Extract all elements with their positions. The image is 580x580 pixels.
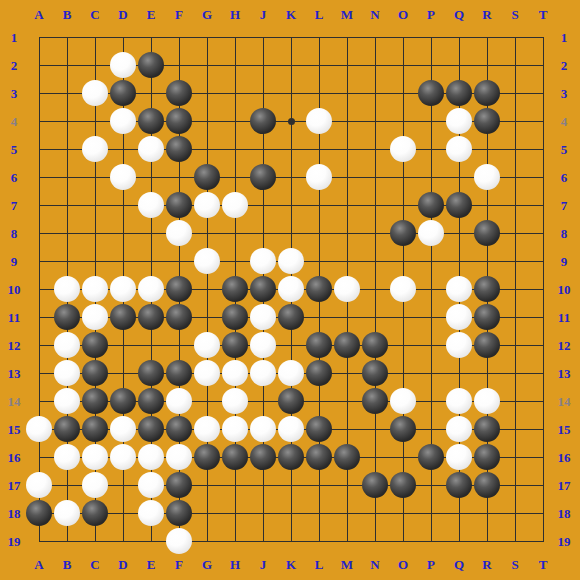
col-label-top: H xyxy=(230,8,240,21)
stone-black[interactable] xyxy=(362,360,388,386)
stone-black[interactable] xyxy=(474,304,500,330)
col-label-bottom: S xyxy=(511,558,518,571)
stone-white[interactable] xyxy=(278,248,304,274)
stone-black[interactable] xyxy=(306,444,332,470)
stone-white[interactable] xyxy=(166,220,192,246)
stone-black[interactable] xyxy=(166,500,192,526)
stone-white[interactable] xyxy=(138,192,164,218)
col-label-top: E xyxy=(147,8,156,21)
row-label-left: 8 xyxy=(11,227,18,240)
col-label-bottom: G xyxy=(202,558,212,571)
stone-white[interactable] xyxy=(222,388,248,414)
col-label-top: M xyxy=(341,8,353,21)
stone-white[interactable] xyxy=(390,388,416,414)
col-label-top: R xyxy=(482,8,491,21)
stone-black[interactable] xyxy=(250,108,276,134)
stone-white[interactable] xyxy=(474,164,500,190)
stone-black[interactable] xyxy=(166,108,192,134)
stone-black[interactable] xyxy=(446,192,472,218)
col-label-top: O xyxy=(398,8,408,21)
col-label-bottom: T xyxy=(539,558,548,571)
stone-black[interactable] xyxy=(390,220,416,246)
col-label-top: C xyxy=(90,8,99,21)
stone-black[interactable] xyxy=(474,276,500,302)
row-label-right: 5 xyxy=(561,143,568,156)
col-label-bottom: J xyxy=(260,558,267,571)
row-label-left: 13 xyxy=(8,367,21,380)
stone-black[interactable] xyxy=(362,388,388,414)
stone-white[interactable] xyxy=(222,360,248,386)
stone-white[interactable] xyxy=(54,360,80,386)
row-label-right: 10 xyxy=(558,283,571,296)
stone-white[interactable] xyxy=(110,416,136,442)
go-board-screenshot: AABBCCDDEEFFGGHHJJKKLLMMNNOOPPQQRRSSTT11… xyxy=(0,0,580,580)
stone-white[interactable] xyxy=(194,332,220,358)
col-label-bottom: E xyxy=(147,558,156,571)
stone-black[interactable] xyxy=(250,164,276,190)
stone-white[interactable] xyxy=(82,472,108,498)
stone-white[interactable] xyxy=(390,136,416,162)
row-label-right: 8 xyxy=(561,227,568,240)
stone-white[interactable] xyxy=(278,360,304,386)
stone-white[interactable] xyxy=(306,164,332,190)
col-label-bottom: C xyxy=(90,558,99,571)
col-label-bottom: K xyxy=(286,558,296,571)
stone-white[interactable] xyxy=(54,332,80,358)
row-label-right: 17 xyxy=(558,479,571,492)
stone-white[interactable] xyxy=(390,276,416,302)
stone-white[interactable] xyxy=(250,332,276,358)
stone-black[interactable] xyxy=(194,164,220,190)
stone-white[interactable] xyxy=(446,136,472,162)
stone-white[interactable] xyxy=(54,444,80,470)
col-label-top: P xyxy=(427,8,435,21)
stone-black[interactable] xyxy=(138,360,164,386)
stone-white[interactable] xyxy=(446,108,472,134)
stone-black[interactable] xyxy=(222,276,248,302)
stone-black[interactable] xyxy=(166,80,192,106)
stone-white[interactable] xyxy=(446,276,472,302)
stone-black[interactable] xyxy=(54,416,80,442)
stone-white[interactable] xyxy=(82,276,108,302)
stone-white[interactable] xyxy=(194,192,220,218)
stone-white[interactable] xyxy=(82,444,108,470)
stone-white[interactable] xyxy=(138,472,164,498)
row-label-right: 18 xyxy=(558,507,571,520)
col-label-top: Q xyxy=(454,8,464,21)
stone-white[interactable] xyxy=(446,416,472,442)
stone-white[interactable] xyxy=(110,276,136,302)
row-label-left: 7 xyxy=(11,199,18,212)
stone-black[interactable] xyxy=(250,444,276,470)
stone-white[interactable] xyxy=(446,332,472,358)
stone-black[interactable] xyxy=(166,136,192,162)
row-label-right: 2 xyxy=(561,59,568,72)
stone-black[interactable] xyxy=(474,332,500,358)
stone-black[interactable] xyxy=(166,472,192,498)
stone-white[interactable] xyxy=(110,52,136,78)
row-label-left: 5 xyxy=(11,143,18,156)
row-label-left: 2 xyxy=(11,59,18,72)
stone-white[interactable] xyxy=(138,276,164,302)
stone-white[interactable] xyxy=(26,416,52,442)
col-label-top: G xyxy=(202,8,212,21)
row-label-right: 4 xyxy=(561,115,568,128)
stone-black[interactable] xyxy=(138,108,164,134)
col-label-bottom: O xyxy=(398,558,408,571)
row-label-left: 12 xyxy=(8,339,21,352)
row-label-left: 11 xyxy=(8,311,20,324)
stone-black[interactable] xyxy=(390,472,416,498)
stone-white[interactable] xyxy=(54,388,80,414)
stone-white[interactable] xyxy=(446,388,472,414)
stone-black[interactable] xyxy=(306,360,332,386)
stone-white[interactable] xyxy=(54,276,80,302)
stone-black[interactable] xyxy=(110,388,136,414)
col-label-bottom: Q xyxy=(454,558,464,571)
stone-black[interactable] xyxy=(194,444,220,470)
col-label-top: F xyxy=(175,8,183,21)
stone-white[interactable] xyxy=(278,276,304,302)
row-label-left: 4 xyxy=(11,115,18,128)
stone-white[interactable] xyxy=(166,444,192,470)
col-label-top: J xyxy=(260,8,267,21)
stone-black[interactable] xyxy=(334,332,360,358)
col-label-top: N xyxy=(370,8,379,21)
star-point xyxy=(288,118,295,125)
row-label-right: 14 xyxy=(558,395,571,408)
stone-black[interactable] xyxy=(390,416,416,442)
stone-black[interactable] xyxy=(250,276,276,302)
stone-black[interactable] xyxy=(278,304,304,330)
stone-black[interactable] xyxy=(474,108,500,134)
stone-black[interactable] xyxy=(306,276,332,302)
row-label-right: 12 xyxy=(558,339,571,352)
col-label-bottom: H xyxy=(230,558,240,571)
stone-black[interactable] xyxy=(138,388,164,414)
stone-black[interactable] xyxy=(418,444,444,470)
stone-white[interactable] xyxy=(138,500,164,526)
stone-black[interactable] xyxy=(278,388,304,414)
col-label-bottom: A xyxy=(34,558,43,571)
stone-black[interactable] xyxy=(82,388,108,414)
col-label-top: A xyxy=(34,8,43,21)
row-label-right: 7 xyxy=(561,199,568,212)
row-label-right: 1 xyxy=(561,31,568,44)
stone-black[interactable] xyxy=(166,276,192,302)
stone-white[interactable] xyxy=(82,136,108,162)
stone-white[interactable] xyxy=(82,80,108,106)
col-label-bottom: L xyxy=(315,558,324,571)
row-label-right: 16 xyxy=(558,451,571,464)
stone-black[interactable] xyxy=(446,472,472,498)
row-label-left: 14 xyxy=(8,395,21,408)
stone-white[interactable] xyxy=(110,164,136,190)
stone-white[interactable] xyxy=(138,136,164,162)
row-label-right: 13 xyxy=(558,367,571,380)
stone-black[interactable] xyxy=(166,192,192,218)
stone-black[interactable] xyxy=(446,80,472,106)
stone-white[interactable] xyxy=(82,304,108,330)
row-label-left: 9 xyxy=(11,255,18,268)
stone-black[interactable] xyxy=(166,416,192,442)
stone-white[interactable] xyxy=(166,528,192,554)
stone-black[interactable] xyxy=(138,52,164,78)
row-label-right: 15 xyxy=(558,423,571,436)
stone-white[interactable] xyxy=(474,388,500,414)
stone-white[interactable] xyxy=(278,416,304,442)
col-label-bottom: F xyxy=(175,558,183,571)
row-label-left: 19 xyxy=(8,535,21,548)
row-label-left: 15 xyxy=(8,423,21,436)
row-label-left: 1 xyxy=(11,31,18,44)
col-label-bottom: D xyxy=(118,558,127,571)
col-label-bottom: M xyxy=(341,558,353,571)
row-label-right: 11 xyxy=(558,311,570,324)
stone-black[interactable] xyxy=(222,444,248,470)
stone-black[interactable] xyxy=(418,80,444,106)
stone-white[interactable] xyxy=(110,108,136,134)
row-label-left: 17 xyxy=(8,479,21,492)
stone-black[interactable] xyxy=(278,444,304,470)
col-label-top: B xyxy=(63,8,72,21)
stone-white[interactable] xyxy=(418,220,444,246)
stone-white[interactable] xyxy=(26,472,52,498)
stone-black[interactable] xyxy=(474,220,500,246)
col-label-bottom: R xyxy=(482,558,491,571)
stone-white[interactable] xyxy=(194,248,220,274)
stone-white[interactable] xyxy=(334,276,360,302)
stone-black[interactable] xyxy=(474,80,500,106)
stone-white[interactable] xyxy=(250,416,276,442)
row-label-right: 9 xyxy=(561,255,568,268)
stone-black[interactable] xyxy=(82,360,108,386)
stone-white[interactable] xyxy=(446,444,472,470)
stone-white[interactable] xyxy=(166,388,192,414)
stone-white[interactable] xyxy=(222,192,248,218)
stone-black[interactable] xyxy=(362,472,388,498)
col-label-bottom: P xyxy=(427,558,435,571)
stone-black[interactable] xyxy=(138,416,164,442)
stone-white[interactable] xyxy=(250,360,276,386)
col-label-top: K xyxy=(286,8,296,21)
stone-black[interactable] xyxy=(110,80,136,106)
row-label-left: 10 xyxy=(8,283,21,296)
stone-black[interactable] xyxy=(138,304,164,330)
row-label-right: 3 xyxy=(561,87,568,100)
col-label-top: D xyxy=(118,8,127,21)
stone-white[interactable] xyxy=(138,444,164,470)
stone-black[interactable] xyxy=(222,304,248,330)
stone-black[interactable] xyxy=(166,360,192,386)
stone-black[interactable] xyxy=(82,500,108,526)
row-label-right: 6 xyxy=(561,171,568,184)
stone-white[interactable] xyxy=(194,360,220,386)
row-label-right: 19 xyxy=(558,535,571,548)
stone-black[interactable] xyxy=(306,332,332,358)
stone-white[interactable] xyxy=(306,108,332,134)
stone-black[interactable] xyxy=(110,304,136,330)
stone-black[interactable] xyxy=(166,304,192,330)
stone-white[interactable] xyxy=(446,304,472,330)
stone-black[interactable] xyxy=(222,332,248,358)
row-label-left: 6 xyxy=(11,171,18,184)
stone-black[interactable] xyxy=(82,416,108,442)
col-label-top: S xyxy=(511,8,518,21)
col-label-top: L xyxy=(315,8,324,21)
row-label-left: 16 xyxy=(8,451,21,464)
stone-black[interactable] xyxy=(418,192,444,218)
col-label-top: T xyxy=(539,8,548,21)
col-label-bottom: B xyxy=(63,558,72,571)
stone-black[interactable] xyxy=(54,304,80,330)
stone-black[interactable] xyxy=(26,500,52,526)
stone-black[interactable] xyxy=(474,416,500,442)
stone-white[interactable] xyxy=(194,416,220,442)
row-label-left: 3 xyxy=(11,87,18,100)
stone-white[interactable] xyxy=(250,248,276,274)
stone-black[interactable] xyxy=(362,332,388,358)
stone-white[interactable] xyxy=(250,304,276,330)
stone-black[interactable] xyxy=(474,444,500,470)
stone-white[interactable] xyxy=(54,500,80,526)
col-label-bottom: N xyxy=(370,558,379,571)
stone-black[interactable] xyxy=(82,332,108,358)
stone-black[interactable] xyxy=(306,416,332,442)
stone-white[interactable] xyxy=(222,416,248,442)
row-label-left: 18 xyxy=(8,507,21,520)
stone-white[interactable] xyxy=(110,444,136,470)
stone-black[interactable] xyxy=(474,472,500,498)
stone-black[interactable] xyxy=(334,444,360,470)
